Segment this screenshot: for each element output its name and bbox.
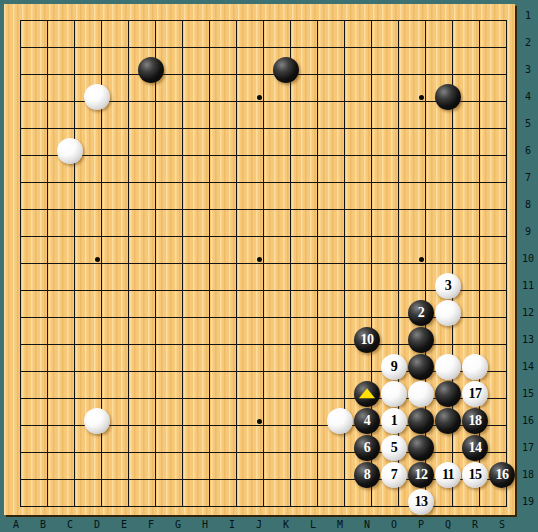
row-label-14: 14 bbox=[519, 361, 537, 373]
row-label-9: 9 bbox=[519, 226, 537, 238]
stone-white-O18[interactable]: 7 bbox=[381, 462, 407, 488]
column-label-J: J bbox=[249, 519, 269, 530]
column-label-D: D bbox=[87, 519, 107, 530]
stone-black-Q15[interactable] bbox=[435, 381, 461, 407]
stone-black-P16[interactable] bbox=[408, 408, 434, 434]
row-label-17: 17 bbox=[519, 442, 537, 454]
stone-white-D16[interactable] bbox=[84, 408, 110, 434]
column-label-Q: Q bbox=[438, 519, 458, 530]
stone-black-N17[interactable]: 6 bbox=[354, 435, 380, 461]
row-label-15: 15 bbox=[519, 388, 537, 400]
row-label-18: 18 bbox=[519, 469, 537, 481]
move-number-label: 18 bbox=[469, 414, 482, 428]
column-label-P: P bbox=[411, 519, 431, 530]
column-label-G: G bbox=[168, 519, 188, 530]
stone-black-Q4[interactable] bbox=[435, 84, 461, 110]
stone-black-P18[interactable]: 12 bbox=[408, 462, 434, 488]
row-label-7: 7 bbox=[519, 172, 537, 184]
column-label-R: R bbox=[465, 519, 485, 530]
stone-black-P12[interactable]: 2 bbox=[408, 300, 434, 326]
stone-white-C6[interactable] bbox=[57, 138, 83, 164]
move-number-label: 6 bbox=[364, 441, 371, 455]
go-app-window: 321091741186514871211151613 ABCDEFGHIJKL… bbox=[0, 0, 538, 532]
stone-white-Q12[interactable] bbox=[435, 300, 461, 326]
column-label-H: H bbox=[195, 519, 215, 530]
stone-white-O14[interactable]: 9 bbox=[381, 354, 407, 380]
move-number-label: 3 bbox=[445, 279, 452, 293]
stone-white-P19[interactable]: 13 bbox=[408, 489, 434, 515]
stone-black-N15[interactable] bbox=[354, 381, 380, 407]
stone-black-R17[interactable]: 14 bbox=[462, 435, 488, 461]
column-label-O: O bbox=[384, 519, 404, 530]
column-label-S: S bbox=[492, 519, 512, 530]
stone-black-Q16[interactable] bbox=[435, 408, 461, 434]
column-label-L: L bbox=[303, 519, 323, 530]
column-label-C: C bbox=[60, 519, 80, 530]
row-label-3: 3 bbox=[519, 64, 537, 76]
move-number-label: 13 bbox=[415, 495, 428, 509]
column-label-M: M bbox=[330, 519, 350, 530]
stone-white-R18[interactable]: 15 bbox=[462, 462, 488, 488]
column-label-K: K bbox=[276, 519, 296, 530]
stone-black-P17[interactable] bbox=[408, 435, 434, 461]
stones-layer: 321091741186514871211151613 bbox=[3, 3, 516, 516]
column-label-F: F bbox=[141, 519, 161, 530]
stone-black-R16[interactable]: 18 bbox=[462, 408, 488, 434]
stone-white-Q11[interactable]: 3 bbox=[435, 273, 461, 299]
stone-white-O16[interactable]: 1 bbox=[381, 408, 407, 434]
stone-black-N18[interactable]: 8 bbox=[354, 462, 380, 488]
move-number-label: 11 bbox=[442, 468, 454, 482]
column-label-I: I bbox=[222, 519, 242, 530]
row-label-16: 16 bbox=[519, 415, 537, 427]
stone-black-P14[interactable] bbox=[408, 354, 434, 380]
move-number-label: 9 bbox=[391, 360, 398, 374]
move-number-label: 8 bbox=[364, 468, 371, 482]
stone-black-K3[interactable] bbox=[273, 57, 299, 83]
move-number-label: 4 bbox=[364, 414, 371, 428]
column-label-N: N bbox=[357, 519, 377, 530]
stone-white-R15[interactable]: 17 bbox=[462, 381, 488, 407]
stone-white-Q14[interactable] bbox=[435, 354, 461, 380]
move-number-label: 16 bbox=[496, 468, 509, 482]
row-label-19: 19 bbox=[519, 496, 537, 508]
stone-white-O17[interactable]: 5 bbox=[381, 435, 407, 461]
stone-white-O15[interactable] bbox=[381, 381, 407, 407]
stone-white-D4[interactable] bbox=[84, 84, 110, 110]
triangle-mark-icon bbox=[359, 388, 375, 398]
move-number-label: 10 bbox=[361, 333, 374, 347]
stone-black-N16[interactable]: 4 bbox=[354, 408, 380, 434]
column-label-B: B bbox=[33, 519, 53, 530]
move-number-label: 1 bbox=[391, 414, 398, 428]
stone-white-R14[interactable] bbox=[462, 354, 488, 380]
move-number-label: 12 bbox=[415, 468, 428, 482]
row-label-5: 5 bbox=[519, 118, 537, 130]
row-label-13: 13 bbox=[519, 334, 537, 346]
row-label-10: 10 bbox=[519, 253, 537, 265]
move-number-label: 17 bbox=[469, 387, 482, 401]
row-label-6: 6 bbox=[519, 145, 537, 157]
row-label-1: 1 bbox=[519, 10, 537, 22]
row-label-4: 4 bbox=[519, 91, 537, 103]
move-number-label: 15 bbox=[469, 468, 482, 482]
stone-black-N13[interactable]: 10 bbox=[354, 327, 380, 353]
stone-black-F3[interactable] bbox=[138, 57, 164, 83]
move-number-label: 14 bbox=[469, 441, 482, 455]
column-label-A: A bbox=[6, 519, 26, 530]
stone-black-P13[interactable] bbox=[408, 327, 434, 353]
row-label-8: 8 bbox=[519, 199, 537, 211]
stone-white-P15[interactable] bbox=[408, 381, 434, 407]
column-label-E: E bbox=[114, 519, 134, 530]
row-label-11: 11 bbox=[519, 280, 537, 292]
move-number-label: 7 bbox=[391, 468, 398, 482]
row-label-2: 2 bbox=[519, 37, 537, 49]
stone-white-M16[interactable] bbox=[327, 408, 353, 434]
move-number-label: 2 bbox=[418, 306, 425, 320]
stone-black-S18[interactable]: 16 bbox=[489, 462, 515, 488]
row-label-12: 12 bbox=[519, 307, 537, 319]
stone-white-Q18[interactable]: 11 bbox=[435, 462, 461, 488]
move-number-label: 5 bbox=[391, 441, 398, 455]
